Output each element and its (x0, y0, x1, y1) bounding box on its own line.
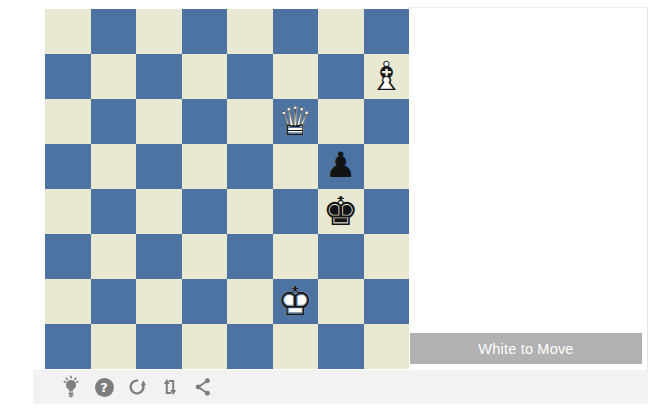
square-d4[interactable] (182, 189, 228, 234)
square-c4[interactable] (136, 189, 182, 234)
square-g5[interactable]: ♟ (318, 144, 364, 189)
square-b7[interactable] (91, 54, 137, 99)
square-f7[interactable] (273, 54, 319, 99)
question-icon: ? (95, 378, 114, 397)
square-f2[interactable]: ♚♔ (273, 279, 319, 324)
toolbar: ? (33, 370, 648, 404)
square-c5[interactable] (136, 144, 182, 189)
white-to-move-button[interactable]: White to Move (410, 333, 642, 364)
square-e1[interactable] (227, 324, 273, 369)
square-a7[interactable] (45, 54, 91, 99)
flip-arrows-icon (159, 376, 181, 398)
piece-white-king[interactable]: ♚♔ (273, 279, 319, 324)
square-c6[interactable] (136, 99, 182, 144)
square-e5[interactable] (227, 144, 273, 189)
panel-top-divider (409, 7, 648, 8)
square-b2[interactable] (91, 279, 137, 324)
square-d6[interactable] (182, 99, 228, 144)
hint-button[interactable] (59, 375, 83, 399)
flip-board-button[interactable] (158, 375, 182, 399)
square-d1[interactable] (182, 324, 228, 369)
square-c8[interactable] (136, 9, 182, 54)
square-g4[interactable]: ♚ (318, 189, 364, 234)
square-h3[interactable] (364, 234, 410, 279)
square-a1[interactable] (45, 324, 91, 369)
square-b8[interactable] (91, 9, 137, 54)
share-icon (192, 376, 214, 398)
square-b5[interactable] (91, 144, 137, 189)
piece-outline: ♔ (273, 278, 319, 323)
square-h2[interactable] (364, 279, 410, 324)
square-b3[interactable] (91, 234, 137, 279)
square-c3[interactable] (136, 234, 182, 279)
reset-button[interactable] (125, 375, 149, 399)
lightbulb-icon (59, 375, 83, 399)
square-b4[interactable] (91, 189, 137, 234)
square-e2[interactable] (227, 279, 273, 324)
square-f5[interactable] (273, 144, 319, 189)
piece-white-bishop[interactable]: ♝♗ (364, 54, 410, 99)
square-h7[interactable]: ♝♗ (364, 54, 410, 99)
square-e3[interactable] (227, 234, 273, 279)
square-b1[interactable] (91, 324, 137, 369)
panel-right-divider (647, 7, 648, 404)
square-c7[interactable] (136, 54, 182, 99)
square-g3[interactable] (318, 234, 364, 279)
square-d8[interactable] (182, 9, 228, 54)
square-e6[interactable] (227, 99, 273, 144)
square-f3[interactable] (273, 234, 319, 279)
piece-outline: ♕ (273, 98, 319, 143)
piece-black-pawn[interactable]: ♟ (318, 143, 364, 188)
square-h4[interactable] (364, 189, 410, 234)
square-g8[interactable] (318, 9, 364, 54)
square-d2[interactable] (182, 279, 228, 324)
square-c2[interactable] (136, 279, 182, 324)
square-f4[interactable] (273, 189, 319, 234)
piece-white-queen[interactable]: ♛♕ (273, 99, 319, 144)
chess-board: ♝♗♛♕♟♚♚♔ (45, 9, 409, 369)
square-a6[interactable] (45, 99, 91, 144)
help-button[interactable]: ? (92, 375, 116, 399)
square-a8[interactable] (45, 9, 91, 54)
square-a2[interactable] (45, 279, 91, 324)
square-h6[interactable] (364, 99, 410, 144)
square-h1[interactable] (364, 324, 410, 369)
refresh-icon (126, 376, 148, 398)
square-f6[interactable]: ♛♕ (273, 99, 319, 144)
square-e8[interactable] (227, 9, 273, 54)
square-b6[interactable] (91, 99, 137, 144)
share-button[interactable] (191, 375, 215, 399)
square-f1[interactable] (273, 324, 319, 369)
square-g1[interactable] (318, 324, 364, 369)
square-d5[interactable] (182, 144, 228, 189)
square-h8[interactable] (364, 9, 410, 54)
square-e4[interactable] (227, 189, 273, 234)
piece-outline: ♗ (364, 53, 410, 98)
square-c1[interactable] (136, 324, 182, 369)
square-g6[interactable] (318, 99, 364, 144)
square-e7[interactable] (227, 54, 273, 99)
square-a5[interactable] (45, 144, 91, 189)
square-h5[interactable] (364, 144, 410, 189)
square-d7[interactable] (182, 54, 228, 99)
square-g7[interactable] (318, 54, 364, 99)
chess-puzzle-page: ♝♗♛♕♟♚♚♔ White to Move (0, 0, 671, 417)
square-g2[interactable] (318, 279, 364, 324)
square-a4[interactable] (45, 189, 91, 234)
square-a3[interactable] (45, 234, 91, 279)
square-d3[interactable] (182, 234, 228, 279)
square-f8[interactable] (273, 9, 319, 54)
piece-black-king[interactable]: ♚ (318, 188, 364, 233)
